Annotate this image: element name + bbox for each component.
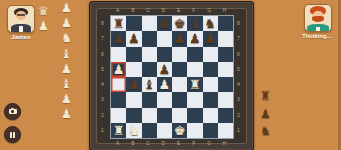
square-b6[interactable] [126, 47, 141, 62]
square-a2[interactable] [111, 108, 126, 123]
square-h8[interactable] [218, 16, 233, 31]
black-queen: ♛ [159, 17, 171, 30]
square-c3[interactable] [142, 92, 157, 107]
black-bishop: ♝ [143, 78, 155, 91]
black-rook: ♜ [113, 17, 125, 30]
camera-button[interactable] [4, 103, 21, 120]
square-e8[interactable]: ♚ [172, 16, 187, 31]
captured-tray-left-col1: ♛♟ [38, 5, 49, 33]
square-f2[interactable] [187, 108, 202, 123]
square-a4[interactable] [111, 77, 126, 92]
square-b1[interactable]: ♞ [126, 123, 141, 138]
avatar-glasses [17, 14, 25, 16]
camera-icon [9, 109, 17, 114]
square-d1[interactable] [157, 123, 172, 138]
square-f1[interactable] [187, 123, 202, 138]
square-e7[interactable]: ♟ [172, 31, 187, 46]
square-f4[interactable]: ♜ [187, 77, 202, 92]
square-b4[interactable]: ♟ [126, 77, 141, 92]
captured-white-pawn: ♟ [38, 20, 49, 33]
square-h3[interactable] [218, 92, 233, 107]
square-f7[interactable]: ♟ [187, 31, 202, 46]
square-g8[interactable]: ♞ [203, 16, 218, 31]
square-e6[interactable] [172, 47, 187, 62]
square-g4[interactable] [203, 77, 218, 92]
white-king: ♚ [174, 124, 186, 137]
avatar-james [7, 5, 35, 33]
square-h1[interactable] [218, 123, 233, 138]
square-e4[interactable] [172, 77, 187, 92]
black-pawn: ♟ [174, 32, 186, 45]
square-c5[interactable] [142, 62, 157, 77]
player-status-right: Thinking... [295, 33, 339, 39]
avatar-shirt [19, 26, 23, 32]
square-e2[interactable] [172, 108, 187, 123]
square-d7[interactable] [157, 31, 172, 46]
square-d6[interactable] [157, 47, 172, 62]
square-a7[interactable]: ♟ [111, 31, 126, 46]
white-rook: ♜ [189, 78, 201, 91]
captured-white-knight: ♞ [61, 32, 72, 45]
captured-white-pawn: ♟ [61, 93, 72, 106]
chess-board: ♜♛♚♝♞♟♟♟♟♟♟♟♟♝♟♜♜♞♚ [110, 15, 234, 139]
square-h4[interactable] [218, 77, 233, 92]
square-c2[interactable] [142, 108, 157, 123]
square-a8[interactable]: ♜ [111, 16, 126, 31]
square-c4[interactable]: ♝ [142, 77, 157, 92]
square-f5[interactable] [187, 62, 202, 77]
square-g2[interactable] [203, 108, 218, 123]
square-a1[interactable]: ♜ [111, 123, 126, 138]
captured-white-pawn: ♟ [61, 2, 72, 15]
square-h5[interactable] [218, 62, 233, 77]
square-g5[interactable] [203, 62, 218, 77]
captured-tray-right: ♜♟♞ [260, 88, 271, 139]
square-c6[interactable] [142, 47, 157, 62]
black-pawn: ♟ [189, 32, 201, 45]
black-pawn: ♟ [204, 32, 216, 45]
captured-white-bishop: ♝ [61, 78, 72, 91]
black-king: ♚ [174, 17, 186, 30]
square-g7[interactable]: ♟ [203, 31, 218, 46]
captured-white-queen: ♛ [38, 5, 49, 18]
black-pawn: ♟ [113, 32, 125, 45]
captured-black-rook: ♜ [260, 88, 271, 104]
captured-tray-left-col2: ♟♟♞♝♟♝♟♟ [61, 2, 72, 121]
square-b7[interactable]: ♟ [126, 31, 141, 46]
square-a3[interactable] [111, 92, 126, 107]
square-b2[interactable] [126, 108, 141, 123]
square-e3[interactable] [172, 92, 187, 107]
white-knight: ♞ [128, 124, 140, 137]
square-e1[interactable]: ♚ [172, 123, 187, 138]
square-c7[interactable] [142, 31, 157, 46]
square-d8[interactable]: ♛ [157, 16, 172, 31]
square-b5[interactable] [126, 62, 141, 77]
square-f8[interactable]: ♝ [187, 16, 202, 31]
black-pawn: ♟ [128, 78, 140, 91]
square-b8[interactable] [126, 16, 141, 31]
square-h2[interactable] [218, 108, 233, 123]
captured-white-pawn: ♟ [61, 63, 72, 76]
square-c1[interactable] [142, 123, 157, 138]
avatar-opponent [304, 4, 332, 32]
square-h7[interactable] [218, 31, 233, 46]
captured-black-knight: ♞ [260, 123, 271, 139]
white-rook: ♜ [113, 124, 125, 137]
square-a6[interactable] [111, 47, 126, 62]
pause-icon [10, 132, 16, 138]
square-d5[interactable]: ♟ [157, 62, 172, 77]
black-pawn: ♟ [159, 63, 171, 76]
captured-white-pawn: ♟ [61, 17, 72, 30]
avatar-collar [316, 27, 320, 31]
square-d3[interactable] [157, 92, 172, 107]
square-d2[interactable] [157, 108, 172, 123]
white-pawn: ♟ [113, 63, 125, 76]
black-knight: ♞ [204, 17, 216, 30]
square-g1[interactable] [203, 123, 218, 138]
square-c8[interactable] [142, 16, 157, 31]
square-b3[interactable] [126, 92, 141, 107]
captured-black-pawn: ♟ [260, 106, 271, 122]
captured-white-pawn: ♟ [61, 108, 72, 121]
player-name-left: James [0, 34, 43, 40]
black-bishop: ♝ [189, 17, 201, 30]
chess-app: James Thinking... ♛♟ ♟♟♞♝♟♝♟♟ ♜♟♞ ♜♛♚♝♞♟… [0, 0, 341, 150]
black-pawn: ♟ [128, 32, 140, 45]
square-g6[interactable] [203, 47, 218, 62]
square-h6[interactable] [218, 47, 233, 62]
square-f3[interactable] [187, 92, 202, 107]
white-pawn: ♟ [159, 78, 171, 91]
square-e5[interactable] [172, 62, 187, 77]
square-f6[interactable] [187, 47, 202, 62]
square-d4[interactable]: ♟ [157, 77, 172, 92]
pause-button[interactable] [4, 126, 21, 143]
square-a5[interactable]: ♟ [111, 62, 126, 77]
avatar-beard [312, 16, 324, 22]
square-g3[interactable] [203, 92, 218, 107]
captured-white-bishop: ♝ [61, 48, 72, 61]
